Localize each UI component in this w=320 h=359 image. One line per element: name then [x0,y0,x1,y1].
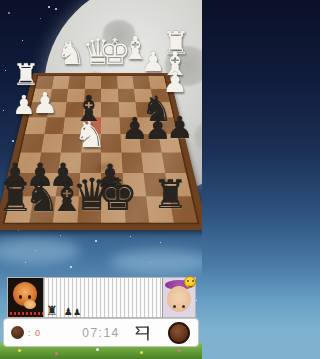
black-pawn-piece[interactable]: ♟ [167,113,194,143]
chess-app-screen: { "game": "chess", "scene": { "backgroun… [0,0,202,359]
square-a5[interactable] [21,134,44,152]
white-pawn-piece[interactable]: ♟ [12,92,35,118]
menu-button[interactable] [168,322,190,344]
cloud [110,250,202,274]
white-rook-piece[interactable]: ♜ [13,60,40,90]
players-panel: ♜♟♟ [7,277,196,318]
black-king-piece[interactable]: ♚ [98,173,137,217]
player-left-avatar[interactable] [8,278,44,317]
captured-pieces-strip[interactable]: ♜♟♟ [44,278,162,317]
monkey-avatar-icon [13,282,37,306]
flag-icon[interactable] [132,323,152,343]
black-bishop-piece[interactable]: ♝ [73,92,104,127]
captured-piece-icon: ♟ [64,307,73,317]
black-rook-piece[interactable]: ♜ [153,175,188,214]
player-left-name-strip [8,311,43,317]
control-bar: : 0 07:14 [3,318,199,347]
captured-piece-icon: ♜ [46,304,58,317]
cloud [0,238,80,264]
baby-avatar-icon [167,286,191,312]
white-pawn-piece[interactable]: ♟ [32,89,58,118]
smiley-emoji-icon [184,276,196,288]
captured-piece-icon: ♟ [73,308,81,317]
